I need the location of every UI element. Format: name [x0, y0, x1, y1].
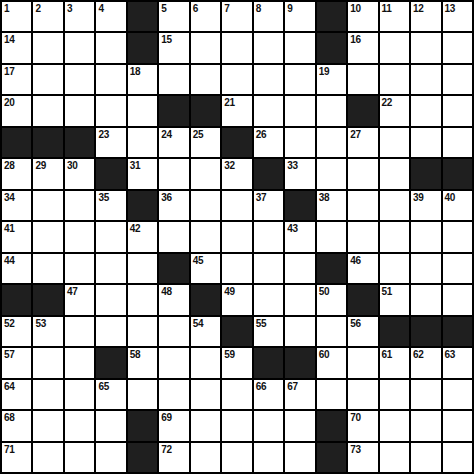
clue-number-62: 62	[413, 349, 424, 360]
white-cell-r11c11[interactable]	[317, 317, 346, 346]
white-cell-r13c3[interactable]	[65, 380, 94, 409]
clue-number-12: 12	[413, 3, 424, 14]
clue-number-21: 21	[224, 97, 235, 108]
black-cell-r5c3	[65, 128, 94, 157]
clue-number-4: 4	[98, 3, 103, 14]
black-cell-r5c8	[222, 128, 251, 157]
white-cell-r1c1[interactable]: 1	[2, 2, 31, 31]
clue-number-31: 31	[130, 160, 141, 171]
black-cell-r14c11	[317, 411, 346, 440]
clue-number-44: 44	[4, 255, 15, 266]
white-cell-r10c4[interactable]	[96, 285, 125, 314]
black-cell-r11c14	[411, 317, 440, 346]
clue-number-40: 40	[445, 192, 456, 203]
white-cell-r6c6[interactable]	[159, 159, 188, 188]
white-cell-r1c10[interactable]: 9	[285, 2, 314, 31]
white-cell-r6c12[interactable]	[348, 159, 377, 188]
white-cell-r4c5[interactable]	[128, 96, 157, 125]
white-cell-r7c3[interactable]	[65, 191, 94, 220]
white-cell-r7c9[interactable]: 37	[254, 191, 283, 220]
black-cell-r4c7	[191, 96, 220, 125]
white-cell-r9c10[interactable]	[285, 254, 314, 283]
black-cell-r11c13	[380, 317, 409, 346]
clue-number-49: 49	[224, 286, 235, 297]
white-cell-r10c5[interactable]	[128, 285, 157, 314]
white-cell-r2c7[interactable]	[191, 33, 220, 62]
white-cell-r1c4[interactable]: 4	[96, 2, 125, 31]
white-cell-r11c9[interactable]: 55	[254, 317, 283, 346]
clue-number-19: 19	[319, 66, 330, 77]
clue-number-57: 57	[4, 349, 15, 360]
white-cell-r3c6[interactable]	[159, 65, 188, 94]
white-cell-r7c8[interactable]	[222, 191, 251, 220]
clue-number-16: 16	[350, 34, 361, 45]
white-cell-r5c5[interactable]	[128, 128, 157, 157]
white-cell-r8c7[interactable]	[191, 222, 220, 251]
white-cell-r13c9[interactable]: 66	[254, 380, 283, 409]
clue-number-37: 37	[256, 192, 267, 203]
white-cell-r13c8[interactable]	[222, 380, 251, 409]
white-cell-r11c6[interactable]	[159, 317, 188, 346]
white-cell-r14c3[interactable]	[65, 411, 94, 440]
white-cell-r3c14[interactable]	[411, 65, 440, 94]
white-cell-r2c1[interactable]: 14	[2, 33, 31, 62]
white-cell-r14c10[interactable]	[285, 411, 314, 440]
white-cell-r8c11[interactable]	[317, 222, 346, 251]
white-cell-r11c7[interactable]: 54	[191, 317, 220, 346]
clue-number-48: 48	[161, 286, 172, 297]
clue-number-39: 39	[413, 192, 424, 203]
white-cell-r15c1[interactable]: 71	[2, 443, 31, 472]
clue-number-52: 52	[4, 318, 15, 329]
black-cell-r5c1	[2, 128, 31, 157]
white-cell-r2c6[interactable]: 15	[159, 33, 188, 62]
clue-number-47: 47	[67, 286, 78, 297]
black-cell-r2c5	[128, 33, 157, 62]
white-cell-r11c1[interactable]: 52	[2, 317, 31, 346]
black-cell-r11c15	[443, 317, 472, 346]
white-cell-r3c11[interactable]: 19	[317, 65, 346, 94]
white-cell-r1c13[interactable]: 11	[380, 2, 409, 31]
white-cell-r15c8[interactable]	[222, 443, 251, 472]
clue-number-13: 13	[445, 3, 456, 14]
clue-number-41: 41	[4, 223, 15, 234]
white-cell-r9c9[interactable]	[254, 254, 283, 283]
clue-number-5: 5	[161, 3, 166, 14]
white-cell-r13c15[interactable]	[443, 380, 472, 409]
clue-number-11: 11	[382, 3, 392, 14]
white-cell-r5c6[interactable]: 24	[159, 128, 188, 157]
clue-number-66: 66	[256, 381, 267, 392]
white-cell-r11c12[interactable]: 56	[348, 317, 377, 346]
white-cell-r1c3[interactable]: 3	[65, 2, 94, 31]
white-cell-r13c4[interactable]: 65	[96, 380, 125, 409]
black-cell-r4c6	[159, 96, 188, 125]
clue-number-58: 58	[130, 349, 141, 360]
clue-number-29: 29	[35, 160, 46, 171]
white-cell-r2c12[interactable]: 16	[348, 33, 377, 62]
white-cell-r14c8[interactable]	[222, 411, 251, 440]
white-cell-r7c12[interactable]	[348, 191, 377, 220]
white-cell-r4c9[interactable]	[254, 96, 283, 125]
clue-number-18: 18	[130, 66, 141, 77]
white-cell-r14c13[interactable]	[380, 411, 409, 440]
white-cell-r15c10[interactable]	[285, 443, 314, 472]
clue-number-69: 69	[161, 412, 172, 423]
clue-number-2: 2	[35, 3, 40, 14]
white-cell-r2c3[interactable]	[65, 33, 94, 62]
clue-number-36: 36	[161, 192, 172, 203]
white-cell-r7c6[interactable]: 36	[159, 191, 188, 220]
clue-number-64: 64	[4, 381, 15, 392]
black-cell-r2c11	[317, 33, 346, 62]
clue-number-53: 53	[35, 318, 46, 329]
white-cell-r3c2[interactable]	[33, 65, 62, 94]
white-cell-r10c8[interactable]: 49	[222, 285, 251, 314]
white-cell-r6c7[interactable]	[191, 159, 220, 188]
white-cell-r1c7[interactable]: 6	[191, 2, 220, 31]
clue-number-23: 23	[98, 129, 109, 140]
white-cell-r9c15[interactable]	[443, 254, 472, 283]
white-cell-r10c15[interactable]	[443, 285, 472, 314]
white-cell-r6c5[interactable]: 31	[128, 159, 157, 188]
clue-number-3: 3	[67, 3, 72, 14]
white-cell-r5c14[interactable]	[411, 128, 440, 157]
clue-number-30: 30	[67, 160, 78, 171]
white-cell-r9c4[interactable]	[96, 254, 125, 283]
white-cell-r10c13[interactable]: 51	[380, 285, 409, 314]
black-cell-r9c6	[159, 254, 188, 283]
black-cell-r6c9	[254, 159, 283, 188]
white-cell-r8c8[interactable]	[222, 222, 251, 251]
white-cell-r8c9[interactable]	[254, 222, 283, 251]
white-cell-r3c15[interactable]	[443, 65, 472, 94]
white-cell-r14c7[interactable]	[191, 411, 220, 440]
white-cell-r4c4[interactable]	[96, 96, 125, 125]
clue-number-25: 25	[193, 129, 204, 140]
clue-number-67: 67	[287, 381, 298, 392]
white-cell-r9c7[interactable]: 45	[191, 254, 220, 283]
white-cell-r12c15[interactable]: 63	[443, 348, 472, 377]
black-cell-r12c4	[96, 348, 125, 377]
crossword-puzzle: 1234567891011121314151617181920212223242…	[0, 0, 474, 474]
white-cell-r4c15[interactable]	[443, 96, 472, 125]
clue-number-43: 43	[287, 223, 298, 234]
clue-number-70: 70	[350, 412, 361, 423]
black-cell-r14c5	[128, 411, 157, 440]
white-cell-r5c10[interactable]	[285, 128, 314, 157]
clue-number-7: 7	[224, 3, 229, 14]
black-cell-r5c2	[33, 128, 62, 157]
black-cell-r12c9	[254, 348, 283, 377]
white-cell-r10c11[interactable]: 50	[317, 285, 346, 314]
clue-number-56: 56	[350, 318, 361, 329]
clue-number-1: 1	[4, 3, 9, 14]
white-cell-r9c14[interactable]	[411, 254, 440, 283]
white-cell-r14c2[interactable]	[33, 411, 62, 440]
clue-number-27: 27	[350, 129, 361, 140]
white-cell-r10c14[interactable]	[411, 285, 440, 314]
white-cell-r15c9[interactable]	[254, 443, 283, 472]
white-cell-r7c14[interactable]: 39	[411, 191, 440, 220]
white-cell-r13c2[interactable]	[33, 380, 62, 409]
white-cell-r3c5[interactable]: 18	[128, 65, 157, 94]
clue-number-14: 14	[4, 34, 15, 45]
clue-number-17: 17	[4, 66, 15, 77]
black-cell-r12c10	[285, 348, 314, 377]
white-cell-r15c7[interactable]	[191, 443, 220, 472]
black-cell-r7c5	[128, 191, 157, 220]
white-cell-r13c13[interactable]	[380, 380, 409, 409]
white-cell-r8c10[interactable]: 43	[285, 222, 314, 251]
white-cell-r14c4[interactable]	[96, 411, 125, 440]
black-cell-r10c1	[2, 285, 31, 314]
white-cell-r9c1[interactable]: 44	[2, 254, 31, 283]
white-cell-r4c13[interactable]: 22	[380, 96, 409, 125]
white-cell-r7c2[interactable]	[33, 191, 62, 220]
black-cell-r6c4	[96, 159, 125, 188]
white-cell-r5c15[interactable]	[443, 128, 472, 157]
clue-number-68: 68	[4, 412, 15, 423]
white-cell-r9c5[interactable]	[128, 254, 157, 283]
clue-number-42: 42	[130, 223, 141, 234]
white-cell-r11c2[interactable]: 53	[33, 317, 62, 346]
white-cell-r12c1[interactable]: 57	[2, 348, 31, 377]
clue-number-9: 9	[287, 3, 292, 14]
white-cell-r2c4[interactable]	[96, 33, 125, 62]
white-cell-r13c7[interactable]	[191, 380, 220, 409]
white-cell-r6c13[interactable]	[380, 159, 409, 188]
clue-number-46: 46	[350, 255, 361, 266]
white-cell-r2c14[interactable]	[411, 33, 440, 62]
white-cell-r2c13[interactable]	[380, 33, 409, 62]
clue-number-8: 8	[256, 3, 261, 14]
white-cell-r12c14[interactable]: 62	[411, 348, 440, 377]
white-cell-r5c9[interactable]: 26	[254, 128, 283, 157]
white-cell-r15c6[interactable]: 72	[159, 443, 188, 472]
white-cell-r12c2[interactable]	[33, 348, 62, 377]
white-cell-r2c2[interactable]	[33, 33, 62, 62]
white-cell-r8c1[interactable]: 41	[2, 222, 31, 251]
white-cell-r3c9[interactable]	[254, 65, 283, 94]
white-cell-r15c12[interactable]: 73	[348, 443, 377, 472]
white-cell-r8c2[interactable]	[33, 222, 62, 251]
white-cell-r13c6[interactable]	[159, 380, 188, 409]
white-cell-r4c14[interactable]	[411, 96, 440, 125]
black-cell-r10c2	[33, 285, 62, 314]
white-cell-r5c7[interactable]: 25	[191, 128, 220, 157]
white-cell-r15c13[interactable]	[380, 443, 409, 472]
white-cell-r13c5[interactable]	[128, 380, 157, 409]
white-cell-r10c6[interactable]: 48	[159, 285, 188, 314]
white-cell-r8c6[interactable]	[159, 222, 188, 251]
white-cell-r12c7[interactable]	[191, 348, 220, 377]
white-cell-r12c5[interactable]: 58	[128, 348, 157, 377]
white-cell-r8c13[interactable]	[380, 222, 409, 251]
black-cell-r1c5	[128, 2, 157, 31]
white-cell-r3c7[interactable]	[191, 65, 220, 94]
black-cell-r6c15	[443, 159, 472, 188]
white-cell-r7c11[interactable]: 38	[317, 191, 346, 220]
white-cell-r2c10[interactable]	[285, 33, 314, 62]
white-cell-r1c6[interactable]: 5	[159, 2, 188, 31]
clue-number-15: 15	[161, 34, 172, 45]
white-cell-r3c13[interactable]	[380, 65, 409, 94]
white-cell-r9c2[interactable]	[33, 254, 62, 283]
clue-number-26: 26	[256, 129, 267, 140]
white-cell-r7c13[interactable]	[380, 191, 409, 220]
clue-number-55: 55	[256, 318, 267, 329]
white-cell-r14c9[interactable]	[254, 411, 283, 440]
white-cell-r6c1[interactable]: 28	[2, 159, 31, 188]
clue-number-61: 61	[382, 349, 393, 360]
black-cell-r15c5	[128, 443, 157, 472]
clue-number-24: 24	[161, 129, 172, 140]
white-cell-r12c13[interactable]: 61	[380, 348, 409, 377]
white-cell-r9c8[interactable]	[222, 254, 251, 283]
white-cell-r3c4[interactable]	[96, 65, 125, 94]
black-cell-r7c10	[285, 191, 314, 220]
white-cell-r13c11[interactable]	[317, 380, 346, 409]
white-cell-r7c7[interactable]	[191, 191, 220, 220]
white-cell-r6c8[interactable]: 32	[222, 159, 251, 188]
clue-number-59: 59	[224, 349, 235, 360]
white-cell-r13c12[interactable]	[348, 380, 377, 409]
clue-number-50: 50	[319, 286, 330, 297]
white-cell-r3c8[interactable]	[222, 65, 251, 94]
white-cell-r8c3[interactable]	[65, 222, 94, 251]
white-cell-r12c6[interactable]	[159, 348, 188, 377]
white-cell-r10c10[interactable]	[285, 285, 314, 314]
white-cell-r15c3[interactable]	[65, 443, 94, 472]
white-cell-r4c11[interactable]	[317, 96, 346, 125]
white-cell-r12c12[interactable]	[348, 348, 377, 377]
white-cell-r8c4[interactable]	[96, 222, 125, 251]
white-cell-r6c3[interactable]: 30	[65, 159, 94, 188]
crossword-board: 1234567891011121314151617181920212223242…	[0, 0, 474, 474]
clue-number-22: 22	[382, 97, 393, 108]
white-cell-r10c9[interactable]	[254, 285, 283, 314]
white-cell-r11c10[interactable]	[285, 317, 314, 346]
white-cell-r15c15[interactable]	[443, 443, 472, 472]
white-cell-r1c15[interactable]: 13	[443, 2, 472, 31]
black-cell-r9c11	[317, 254, 346, 283]
black-cell-r15c11	[317, 443, 346, 472]
white-cell-r1c2[interactable]: 2	[33, 2, 62, 31]
clue-number-63: 63	[445, 349, 456, 360]
white-cell-r8c12[interactable]	[348, 222, 377, 251]
white-cell-r3c3[interactable]	[65, 65, 94, 94]
white-cell-r12c11[interactable]: 60	[317, 348, 346, 377]
white-cell-r3c1[interactable]: 17	[2, 65, 31, 94]
white-cell-r3c12[interactable]	[348, 65, 377, 94]
white-cell-r5c13[interactable]	[380, 128, 409, 157]
white-cell-r12c8[interactable]: 59	[222, 348, 251, 377]
clue-number-71: 71	[4, 444, 15, 455]
white-cell-r13c1[interactable]: 64	[2, 380, 31, 409]
white-cell-r4c1[interactable]: 20	[2, 96, 31, 125]
white-cell-r1c8[interactable]: 7	[222, 2, 251, 31]
white-cell-r5c12[interactable]: 27	[348, 128, 377, 157]
white-cell-r15c4[interactable]	[96, 443, 125, 472]
clue-number-20: 20	[4, 97, 15, 108]
clue-number-45: 45	[193, 255, 204, 266]
clue-number-51: 51	[382, 286, 393, 297]
white-cell-r13c10[interactable]: 67	[285, 380, 314, 409]
white-cell-r11c5[interactable]	[128, 317, 157, 346]
white-cell-r9c13[interactable]	[380, 254, 409, 283]
clue-number-34: 34	[4, 192, 15, 203]
black-cell-r11c8	[222, 317, 251, 346]
white-cell-r15c14[interactable]	[411, 443, 440, 472]
white-cell-r13c14[interactable]	[411, 380, 440, 409]
white-cell-r14c1[interactable]: 68	[2, 411, 31, 440]
clue-number-28: 28	[4, 160, 15, 171]
white-cell-r6c11[interactable]	[317, 159, 346, 188]
white-cell-r5c11[interactable]	[317, 128, 346, 157]
white-cell-r4c10[interactable]	[285, 96, 314, 125]
white-cell-r2c9[interactable]	[254, 33, 283, 62]
white-cell-r7c1[interactable]: 34	[2, 191, 31, 220]
black-cell-r10c7	[191, 285, 220, 314]
white-cell-r9c3[interactable]	[65, 254, 94, 283]
clue-number-73: 73	[350, 444, 361, 455]
white-cell-r6c10[interactable]: 33	[285, 159, 314, 188]
white-cell-r14c12[interactable]: 70	[348, 411, 377, 440]
white-cell-r11c3[interactable]	[65, 317, 94, 346]
clue-number-6: 6	[193, 3, 198, 14]
white-cell-r15c2[interactable]	[33, 443, 62, 472]
white-cell-r5c4[interactable]: 23	[96, 128, 125, 157]
white-cell-r1c9[interactable]: 8	[254, 2, 283, 31]
clue-number-60: 60	[319, 349, 330, 360]
black-cell-r10c12	[348, 285, 377, 314]
white-cell-r14c15[interactable]	[443, 411, 472, 440]
white-cell-r1c12[interactable]: 10	[348, 2, 377, 31]
clue-number-72: 72	[161, 444, 172, 455]
white-cell-r12c3[interactable]	[65, 348, 94, 377]
white-cell-r14c6[interactable]: 69	[159, 411, 188, 440]
clue-number-38: 38	[319, 192, 330, 203]
black-cell-r4c12	[348, 96, 377, 125]
white-cell-r11c4[interactable]	[96, 317, 125, 346]
white-cell-r6c2[interactable]: 29	[33, 159, 62, 188]
white-cell-r1c14[interactable]: 12	[411, 2, 440, 31]
black-cell-r6c14	[411, 159, 440, 188]
white-cell-r10c3[interactable]: 47	[65, 285, 94, 314]
white-cell-r9c12[interactable]: 46	[348, 254, 377, 283]
clue-number-33: 33	[287, 160, 298, 171]
white-cell-r4c2[interactable]	[33, 96, 62, 125]
white-cell-r2c15[interactable]	[443, 33, 472, 62]
white-cell-r8c15[interactable]	[443, 222, 472, 251]
white-cell-r14c14[interactable]	[411, 411, 440, 440]
white-cell-r7c15[interactable]: 40	[443, 191, 472, 220]
white-cell-r4c3[interactable]	[65, 96, 94, 125]
clue-number-10: 10	[350, 3, 361, 14]
white-cell-r2c8[interactable]	[222, 33, 251, 62]
white-cell-r4c8[interactable]: 21	[222, 96, 251, 125]
white-cell-r8c5[interactable]: 42	[128, 222, 157, 251]
clue-number-65: 65	[98, 381, 109, 392]
clue-number-54: 54	[193, 318, 204, 329]
clue-number-35: 35	[98, 192, 109, 203]
white-cell-r3c10[interactable]	[285, 65, 314, 94]
white-cell-r8c14[interactable]	[411, 222, 440, 251]
clue-number-32: 32	[224, 160, 235, 171]
white-cell-r7c4[interactable]: 35	[96, 191, 125, 220]
black-cell-r1c11	[317, 2, 346, 31]
